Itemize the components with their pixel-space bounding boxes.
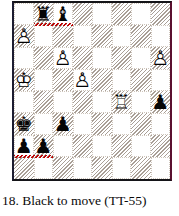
square-h5[interactable] bbox=[151, 69, 171, 91]
square-c2[interactable] bbox=[53, 135, 73, 157]
square-g1[interactable] bbox=[131, 157, 151, 179]
square-h1[interactable] bbox=[151, 157, 171, 179]
square-a1[interactable] bbox=[14, 157, 34, 179]
square-a3[interactable]: ♚ bbox=[14, 113, 34, 135]
square-d7[interactable] bbox=[73, 25, 93, 47]
square-c3[interactable]: ♟ bbox=[53, 113, 73, 135]
piece-white-pawn: ♟♙ bbox=[73, 69, 93, 91]
square-b7[interactable] bbox=[34, 25, 54, 47]
square-f6[interactable] bbox=[112, 47, 132, 69]
square-d1[interactable] bbox=[73, 157, 93, 179]
square-c7[interactable] bbox=[53, 25, 73, 47]
diagram-page: ♜♝♟♙♟♙♟♙♚♔♟♙♜♖♟♚♟♟♟ 18. Black to move (T… bbox=[0, 0, 179, 216]
square-d8[interactable] bbox=[73, 3, 93, 25]
piece-white-pawn: ♟♙ bbox=[151, 47, 171, 69]
square-c6[interactable]: ♟♙ bbox=[53, 47, 73, 69]
square-e5[interactable] bbox=[92, 69, 112, 91]
square-h3[interactable] bbox=[151, 113, 171, 135]
square-b5[interactable] bbox=[34, 69, 54, 91]
square-e3[interactable] bbox=[92, 113, 112, 135]
square-d2[interactable] bbox=[73, 135, 93, 157]
square-a7[interactable]: ♟♙ bbox=[14, 25, 34, 47]
square-b6[interactable] bbox=[34, 47, 54, 69]
red-squiggle-annotation bbox=[34, 23, 73, 26]
chess-board: ♜♝♟♙♟♙♟♙♚♔♟♙♜♖♟♚♟♟♟ bbox=[12, 1, 172, 181]
square-e8[interactable] bbox=[92, 3, 112, 25]
square-b1[interactable] bbox=[34, 157, 54, 179]
piece-black-bishop: ♝ bbox=[53, 3, 73, 25]
square-b2[interactable]: ♟ bbox=[34, 135, 54, 157]
square-b8[interactable]: ♜ bbox=[34, 3, 54, 25]
square-c1[interactable] bbox=[53, 157, 73, 179]
piece-white-pawn: ♟♙ bbox=[14, 25, 34, 47]
square-c5[interactable] bbox=[53, 69, 73, 91]
square-e1[interactable] bbox=[92, 157, 112, 179]
piece-black-rook: ♜ bbox=[34, 3, 54, 25]
square-c4[interactable] bbox=[53, 91, 73, 113]
square-g7[interactable] bbox=[131, 25, 151, 47]
square-h4[interactable]: ♟ bbox=[151, 91, 171, 113]
square-a5[interactable]: ♚♔ bbox=[14, 69, 34, 91]
square-g6[interactable] bbox=[131, 47, 151, 69]
square-f7[interactable] bbox=[112, 25, 132, 47]
piece-black-pawn: ♟ bbox=[53, 113, 73, 135]
square-g3[interactable] bbox=[131, 113, 151, 135]
square-a6[interactable] bbox=[14, 47, 34, 69]
piece-black-pawn: ♟ bbox=[151, 91, 171, 113]
square-h7[interactable] bbox=[151, 25, 171, 47]
square-c8[interactable]: ♝ bbox=[53, 3, 73, 25]
square-f4[interactable]: ♜♖ bbox=[112, 91, 132, 113]
square-e2[interactable] bbox=[92, 135, 112, 157]
piece-white-pawn: ♟♙ bbox=[53, 47, 73, 69]
square-e4[interactable] bbox=[92, 91, 112, 113]
square-e7[interactable] bbox=[92, 25, 112, 47]
square-d5[interactable]: ♟♙ bbox=[73, 69, 93, 91]
piece-white-king: ♚♔ bbox=[14, 69, 34, 91]
piece-black-king: ♚ bbox=[14, 113, 34, 135]
square-b3[interactable] bbox=[34, 113, 54, 135]
square-h8[interactable] bbox=[151, 3, 171, 25]
square-e6[interactable] bbox=[92, 47, 112, 69]
square-h2[interactable] bbox=[151, 135, 171, 157]
square-h6[interactable]: ♟♙ bbox=[151, 47, 171, 69]
red-squiggle-annotation bbox=[14, 155, 53, 158]
piece-white-rook: ♜♖ bbox=[112, 91, 132, 113]
square-d4[interactable] bbox=[73, 91, 93, 113]
square-f1[interactable] bbox=[112, 157, 132, 179]
square-g8[interactable] bbox=[131, 3, 151, 25]
square-d3[interactable] bbox=[73, 113, 93, 135]
square-f3[interactable] bbox=[112, 113, 132, 135]
square-g4[interactable] bbox=[131, 91, 151, 113]
square-d6[interactable] bbox=[73, 47, 93, 69]
square-g5[interactable] bbox=[131, 69, 151, 91]
square-a8[interactable] bbox=[14, 3, 34, 25]
square-b4[interactable] bbox=[34, 91, 54, 113]
square-a4[interactable] bbox=[14, 91, 34, 113]
diagram-caption: 18. Black to move (TT-55) bbox=[2, 193, 147, 209]
square-g2[interactable] bbox=[131, 135, 151, 157]
piece-black-pawn: ♟ bbox=[14, 135, 34, 157]
square-a2[interactable]: ♟ bbox=[14, 135, 34, 157]
piece-black-pawn: ♟ bbox=[34, 135, 54, 157]
square-f8[interactable] bbox=[112, 3, 132, 25]
square-f2[interactable] bbox=[112, 135, 132, 157]
square-f5[interactable] bbox=[112, 69, 132, 91]
